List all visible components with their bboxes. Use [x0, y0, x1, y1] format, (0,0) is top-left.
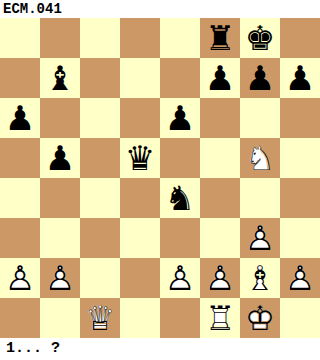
piece-black-king: ♚	[240, 18, 280, 58]
piece-white-pawn-fill: ♟	[40, 258, 80, 298]
square-d1[interactable]	[120, 298, 160, 338]
piece-black-pawn: ♟	[40, 138, 80, 178]
piece-white-pawn: ♙	[40, 258, 80, 298]
square-a2[interactable]: ♟♙	[0, 258, 40, 298]
piece-black-queen: ♛	[120, 138, 160, 178]
square-a1[interactable]	[0, 298, 40, 338]
square-c3[interactable]	[80, 218, 120, 258]
piece-black-pawn: ♟	[240, 58, 280, 98]
square-d5[interactable]: ♛	[120, 138, 160, 178]
piece-black-pawn: ♟	[200, 58, 240, 98]
square-d7[interactable]	[120, 58, 160, 98]
square-a4[interactable]	[0, 178, 40, 218]
piece-black-knight: ♞	[160, 178, 200, 218]
piece-white-pawn-fill: ♟	[240, 218, 280, 258]
piece-black-pawn: ♟	[280, 58, 320, 98]
square-d6[interactable]	[120, 98, 160, 138]
piece-white-bishop-fill: ♝	[240, 258, 280, 298]
square-a5[interactable]	[0, 138, 40, 178]
square-h8[interactable]	[280, 18, 320, 58]
square-b1[interactable]	[40, 298, 80, 338]
square-c4[interactable]	[80, 178, 120, 218]
square-d8[interactable]	[120, 18, 160, 58]
square-d3[interactable]	[120, 218, 160, 258]
square-a3[interactable]	[0, 218, 40, 258]
square-a6[interactable]: ♟	[0, 98, 40, 138]
piece-white-queen: ♕	[80, 298, 120, 338]
square-g3[interactable]: ♟♙	[240, 218, 280, 258]
square-g7[interactable]: ♟	[240, 58, 280, 98]
piece-black-bishop: ♝	[40, 58, 80, 98]
piece-white-knight-fill: ♞	[240, 138, 280, 178]
square-e1[interactable]	[160, 298, 200, 338]
square-b4[interactable]	[40, 178, 80, 218]
square-b5[interactable]: ♟	[40, 138, 80, 178]
square-g5[interactable]: ♞♘	[240, 138, 280, 178]
square-f6[interactable]	[200, 98, 240, 138]
square-h4[interactable]	[280, 178, 320, 218]
move-prompt: 1... ?	[6, 340, 60, 357]
square-g4[interactable]	[240, 178, 280, 218]
square-c6[interactable]	[80, 98, 120, 138]
piece-white-pawn: ♙	[240, 218, 280, 258]
square-g8[interactable]: ♚	[240, 18, 280, 58]
square-c5[interactable]	[80, 138, 120, 178]
square-b3[interactable]	[40, 218, 80, 258]
square-g1[interactable]: ♚♔	[240, 298, 280, 338]
square-h5[interactable]	[280, 138, 320, 178]
piece-white-king-fill: ♚	[240, 298, 280, 338]
piece-black-rook: ♜	[200, 18, 240, 58]
square-g6[interactable]	[240, 98, 280, 138]
piece-white-king: ♔	[240, 298, 280, 338]
piece-white-queen-fill: ♛	[80, 298, 120, 338]
piece-white-rook: ♖	[200, 298, 240, 338]
square-e3[interactable]	[160, 218, 200, 258]
square-h6[interactable]	[280, 98, 320, 138]
square-b2[interactable]: ♟♙	[40, 258, 80, 298]
piece-white-pawn: ♙	[280, 258, 320, 298]
square-f7[interactable]: ♟	[200, 58, 240, 98]
piece-white-pawn-fill: ♟	[160, 258, 200, 298]
square-h3[interactable]	[280, 218, 320, 258]
square-f4[interactable]	[200, 178, 240, 218]
square-d4[interactable]	[120, 178, 160, 218]
piece-white-pawn: ♙	[160, 258, 200, 298]
chess-board: ♜♚♝♟♟♟♟♟♟♛♞♘♞♟♙♟♙♟♙♟♙♟♙♝♗♟♙♛♕♜♖♚♔	[0, 18, 320, 338]
square-f5[interactable]	[200, 138, 240, 178]
square-e7[interactable]	[160, 58, 200, 98]
square-b6[interactable]	[40, 98, 80, 138]
piece-black-pawn: ♟	[160, 98, 200, 138]
piece-white-pawn-fill: ♟	[0, 258, 40, 298]
square-a8[interactable]	[0, 18, 40, 58]
square-d2[interactable]	[120, 258, 160, 298]
square-e6[interactable]: ♟	[160, 98, 200, 138]
chess-puzzle-window: ECM.041 ♜♚♝♟♟♟♟♟♟♛♞♘♞♟♙♟♙♟♙♟♙♟♙♝♗♟♙♛♕♜♖♚…	[0, 0, 320, 360]
square-c7[interactable]	[80, 58, 120, 98]
square-e5[interactable]	[160, 138, 200, 178]
square-c8[interactable]	[80, 18, 120, 58]
piece-white-pawn: ♙	[200, 258, 240, 298]
square-g2[interactable]: ♝♗	[240, 258, 280, 298]
square-b7[interactable]: ♝	[40, 58, 80, 98]
square-f1[interactable]: ♜♖	[200, 298, 240, 338]
square-e4[interactable]: ♞	[160, 178, 200, 218]
square-h2[interactable]: ♟♙	[280, 258, 320, 298]
piece-white-rook-fill: ♜	[200, 298, 240, 338]
piece-black-pawn: ♟	[0, 98, 40, 138]
square-e8[interactable]	[160, 18, 200, 58]
piece-white-pawn-fill: ♟	[200, 258, 240, 298]
square-e2[interactable]: ♟♙	[160, 258, 200, 298]
square-f2[interactable]: ♟♙	[200, 258, 240, 298]
square-c2[interactable]	[80, 258, 120, 298]
square-c1[interactable]: ♛♕	[80, 298, 120, 338]
square-b8[interactable]	[40, 18, 80, 58]
square-h1[interactable]	[280, 298, 320, 338]
puzzle-id-label: ECM.041	[3, 1, 62, 18]
piece-white-bishop: ♗	[240, 258, 280, 298]
piece-white-knight: ♘	[240, 138, 280, 178]
piece-white-pawn-fill: ♟	[280, 258, 320, 298]
square-f3[interactable]	[200, 218, 240, 258]
square-a7[interactable]	[0, 58, 40, 98]
square-f8[interactable]: ♜	[200, 18, 240, 58]
square-h7[interactable]: ♟	[280, 58, 320, 98]
piece-white-pawn: ♙	[0, 258, 40, 298]
